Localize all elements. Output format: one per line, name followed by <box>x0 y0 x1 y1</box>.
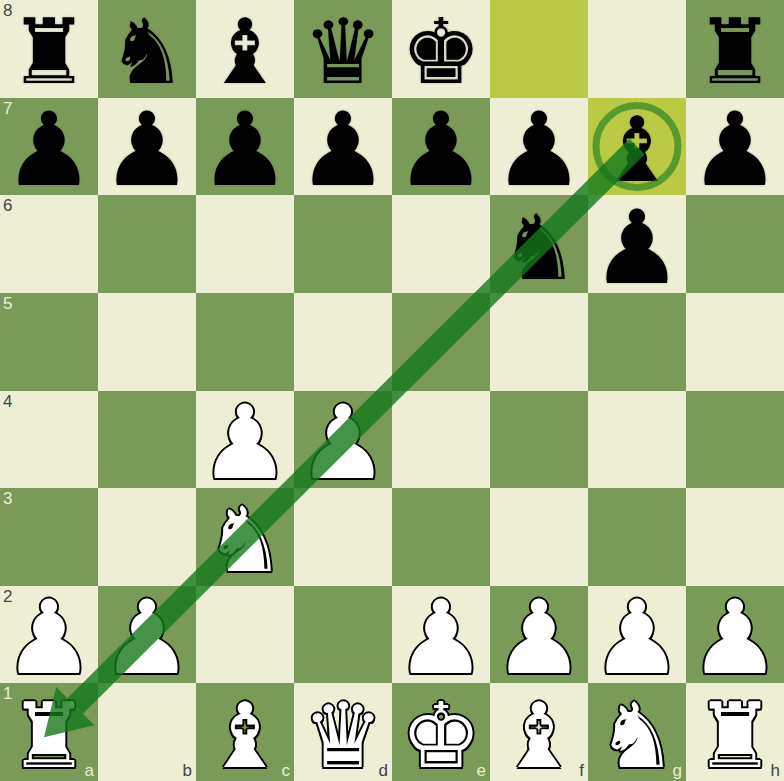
square-f2[interactable]: ♟ <box>490 586 588 684</box>
chess-board: 8♜♞♝♛♚♜7♟♟♟♟♟♟♝♟6♞♟54♟♟3♞2♟♟♟♟♟♟1a♜bc♝d♛… <box>0 0 784 781</box>
square-e6[interactable] <box>392 195 490 293</box>
piece-black-pawn[interactable]: ♟ <box>686 101 784 199</box>
piece-white-pawn[interactable]: ♟ <box>98 589 196 687</box>
square-h7[interactable]: ♟ <box>686 98 784 196</box>
piece-black-pawn[interactable]: ♟ <box>490 101 588 199</box>
piece-black-knight[interactable]: ♞ <box>490 198 588 296</box>
rank-label-3: 3 <box>3 490 12 508</box>
piece-white-pawn[interactable]: ♟ <box>294 394 392 492</box>
piece-white-knight[interactable]: ♞ <box>588 686 686 781</box>
square-e2[interactable]: ♟ <box>392 586 490 684</box>
square-f1[interactable]: f♝ <box>490 683 588 781</box>
square-b4[interactable] <box>98 391 196 489</box>
square-c7[interactable]: ♟ <box>196 98 294 196</box>
square-h1[interactable]: h♜ <box>686 683 784 781</box>
piece-black-bishop[interactable]: ♝ <box>588 101 686 199</box>
square-g2[interactable]: ♟ <box>588 586 686 684</box>
square-f7[interactable]: ♟ <box>490 98 588 196</box>
square-h5[interactable] <box>686 293 784 391</box>
square-e5[interactable] <box>392 293 490 391</box>
square-f8[interactable] <box>490 0 588 98</box>
square-e1[interactable]: e♚ <box>392 683 490 781</box>
square-d8[interactable]: ♛ <box>294 0 392 98</box>
piece-white-pawn[interactable]: ♟ <box>392 589 490 687</box>
square-d4[interactable]: ♟ <box>294 391 392 489</box>
square-e8[interactable]: ♚ <box>392 0 490 98</box>
square-a2[interactable]: 2♟ <box>0 586 98 684</box>
piece-white-pawn[interactable]: ♟ <box>588 589 686 687</box>
square-g4[interactable] <box>588 391 686 489</box>
square-c1[interactable]: c♝ <box>196 683 294 781</box>
piece-black-pawn[interactable]: ♟ <box>0 101 98 199</box>
square-e7[interactable]: ♟ <box>392 98 490 196</box>
piece-black-rook[interactable]: ♜ <box>0 3 98 101</box>
square-e3[interactable] <box>392 488 490 586</box>
square-g6[interactable]: ♟ <box>588 195 686 293</box>
piece-white-pawn[interactable]: ♟ <box>196 394 294 492</box>
rank-label-4: 4 <box>3 393 12 411</box>
piece-white-queen[interactable]: ♛ <box>294 686 392 781</box>
square-f3[interactable] <box>490 488 588 586</box>
square-c6[interactable] <box>196 195 294 293</box>
piece-black-pawn[interactable]: ♟ <box>392 101 490 199</box>
square-c3[interactable]: ♞ <box>196 488 294 586</box>
piece-black-pawn[interactable]: ♟ <box>588 198 686 296</box>
square-f5[interactable] <box>490 293 588 391</box>
square-h3[interactable] <box>686 488 784 586</box>
square-a6[interactable]: 6 <box>0 195 98 293</box>
square-g7[interactable]: ♝ <box>588 98 686 196</box>
piece-black-queen[interactable]: ♛ <box>294 3 392 101</box>
square-f4[interactable] <box>490 391 588 489</box>
square-c8[interactable]: ♝ <box>196 0 294 98</box>
square-a3[interactable]: 3 <box>0 488 98 586</box>
square-h4[interactable] <box>686 391 784 489</box>
rank-label-6: 6 <box>3 197 12 215</box>
square-a5[interactable]: 5 <box>0 293 98 391</box>
square-h8[interactable]: ♜ <box>686 0 784 98</box>
square-b1[interactable]: b <box>98 683 196 781</box>
piece-white-king[interactable]: ♚ <box>392 686 490 781</box>
square-g1[interactable]: g♞ <box>588 683 686 781</box>
piece-white-bishop[interactable]: ♝ <box>196 686 294 781</box>
file-label-b: b <box>183 762 192 780</box>
square-e4[interactable] <box>392 391 490 489</box>
square-d2[interactable] <box>294 586 392 684</box>
square-h6[interactable] <box>686 195 784 293</box>
piece-black-pawn[interactable]: ♟ <box>98 101 196 199</box>
piece-black-rook[interactable]: ♜ <box>686 3 784 101</box>
piece-white-pawn[interactable]: ♟ <box>0 589 98 687</box>
square-f6[interactable]: ♞ <box>490 195 588 293</box>
square-g5[interactable] <box>588 293 686 391</box>
piece-white-rook[interactable]: ♜ <box>0 686 98 781</box>
square-a1[interactable]: 1a♜ <box>0 683 98 781</box>
square-d7[interactable]: ♟ <box>294 98 392 196</box>
piece-black-king[interactable]: ♚ <box>392 3 490 101</box>
square-h2[interactable]: ♟ <box>686 586 784 684</box>
square-b3[interactable] <box>98 488 196 586</box>
piece-black-pawn[interactable]: ♟ <box>294 101 392 199</box>
square-c5[interactable] <box>196 293 294 391</box>
square-a7[interactable]: 7♟ <box>0 98 98 196</box>
piece-black-bishop[interactable]: ♝ <box>196 3 294 101</box>
square-g3[interactable] <box>588 488 686 586</box>
square-g8[interactable] <box>588 0 686 98</box>
square-d1[interactable]: d♛ <box>294 683 392 781</box>
square-a8[interactable]: 8♜ <box>0 0 98 98</box>
piece-white-rook[interactable]: ♜ <box>686 686 784 781</box>
square-c2[interactable] <box>196 586 294 684</box>
square-d6[interactable] <box>294 195 392 293</box>
square-b2[interactable]: ♟ <box>98 586 196 684</box>
square-a4[interactable]: 4 <box>0 391 98 489</box>
piece-white-pawn[interactable]: ♟ <box>686 589 784 687</box>
piece-white-knight[interactable]: ♞ <box>196 491 294 589</box>
square-d3[interactable] <box>294 488 392 586</box>
piece-black-knight[interactable]: ♞ <box>98 3 196 101</box>
piece-black-pawn[interactable]: ♟ <box>196 101 294 199</box>
square-b7[interactable]: ♟ <box>98 98 196 196</box>
rank-label-5: 5 <box>3 295 12 313</box>
square-b8[interactable]: ♞ <box>98 0 196 98</box>
square-c4[interactable]: ♟ <box>196 391 294 489</box>
square-d5[interactable] <box>294 293 392 391</box>
piece-white-bishop[interactable]: ♝ <box>490 686 588 781</box>
piece-white-pawn[interactable]: ♟ <box>490 589 588 687</box>
square-b5[interactable] <box>98 293 196 391</box>
square-b6[interactable] <box>98 195 196 293</box>
